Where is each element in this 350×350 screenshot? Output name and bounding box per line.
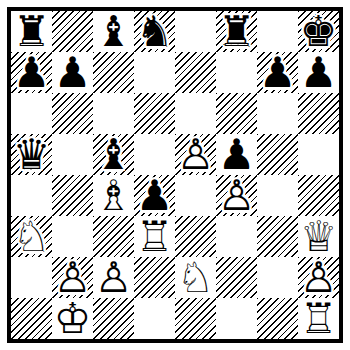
piece-glyph: ♝	[93, 11, 134, 53]
square-g5[interactable]	[257, 134, 298, 175]
square-b1[interactable]: ♚♔	[52, 298, 93, 339]
piece-halo: ♞	[134, 11, 175, 53]
square-c8[interactable]: ♝♝	[93, 11, 134, 52]
square-e7[interactable]	[175, 52, 216, 93]
piece-white-pawn[interactable]: ♟♙	[175, 134, 216, 175]
piece-black-pawn[interactable]: ♟♟	[257, 52, 298, 93]
piece-glyph: ♟	[11, 52, 52, 94]
square-d2[interactable]	[134, 257, 175, 298]
piece-halo: ♟	[134, 175, 175, 217]
piece-black-rook[interactable]: ♜♜	[216, 11, 257, 52]
square-f8[interactable]: ♜♜	[216, 11, 257, 52]
square-f2[interactable]	[216, 257, 257, 298]
square-g3[interactable]	[257, 216, 298, 257]
square-g7[interactable]: ♟♟	[257, 52, 298, 93]
square-a1[interactable]	[11, 298, 52, 339]
piece-glyph: ♜	[11, 11, 52, 53]
square-f7[interactable]	[216, 52, 257, 93]
piece-halo: ♛	[11, 134, 52, 176]
piece-glyph: ♙	[175, 134, 216, 176]
square-h3[interactable]: ♛♕	[298, 216, 339, 257]
piece-glyph: ♘	[175, 257, 216, 299]
square-d7[interactable]	[134, 52, 175, 93]
square-c7[interactable]	[93, 52, 134, 93]
square-h8[interactable]: ♚♚	[298, 11, 339, 52]
square-e6[interactable]	[175, 93, 216, 134]
square-b5[interactable]	[52, 134, 93, 175]
piece-black-pawn[interactable]: ♟♟	[134, 175, 175, 216]
square-b3[interactable]	[52, 216, 93, 257]
square-a2[interactable]	[11, 257, 52, 298]
square-b7[interactable]: ♟♟	[52, 52, 93, 93]
piece-halo: ♚	[298, 11, 339, 53]
piece-glyph: ♟	[257, 52, 298, 94]
piece-glyph: ♟	[52, 52, 93, 94]
square-e1[interactable]	[175, 298, 216, 339]
piece-halo: ♚	[52, 298, 93, 340]
piece-black-queen[interactable]: ♛♛	[11, 134, 52, 175]
piece-halo: ♟	[93, 257, 134, 299]
piece-halo: ♜	[216, 11, 257, 53]
piece-white-knight[interactable]: ♞♘	[175, 257, 216, 298]
square-h4[interactable]	[298, 175, 339, 216]
square-a4[interactable]	[11, 175, 52, 216]
piece-black-king[interactable]: ♚♚	[298, 11, 339, 52]
square-a6[interactable]	[11, 93, 52, 134]
square-f3[interactable]	[216, 216, 257, 257]
square-b4[interactable]	[52, 175, 93, 216]
square-e5[interactable]: ♟♙	[175, 134, 216, 175]
square-c3[interactable]	[93, 216, 134, 257]
board-frame: ♜♜♝♝♞♞♜♜♚♚♟♟♟♟♟♟♟♟♛♛♝♝♟♙♟♟♝♗♟♟♟♙♞♘♜♖♛♕♟♙…	[7, 7, 343, 343]
piece-glyph: ♘	[11, 216, 52, 258]
piece-halo: ♟	[52, 52, 93, 94]
piece-white-queen[interactable]: ♛♕	[298, 216, 339, 257]
square-b8[interactable]	[52, 11, 93, 52]
square-d5[interactable]	[134, 134, 175, 175]
square-f6[interactable]	[216, 93, 257, 134]
piece-halo: ♟	[298, 257, 339, 299]
piece-glyph: ♚	[298, 11, 339, 53]
piece-black-bishop[interactable]: ♝♝	[93, 134, 134, 175]
piece-white-bishop[interactable]: ♝♗	[93, 175, 134, 216]
piece-glyph: ♙	[93, 257, 134, 299]
piece-white-rook[interactable]: ♜♖	[298, 298, 339, 339]
piece-halo: ♜	[134, 216, 175, 258]
square-g4[interactable]	[257, 175, 298, 216]
square-c2[interactable]: ♟♙	[93, 257, 134, 298]
piece-glyph: ♗	[93, 175, 134, 217]
square-d4[interactable]: ♟♟	[134, 175, 175, 216]
piece-white-pawn[interactable]: ♟♙	[216, 175, 257, 216]
square-d6[interactable]	[134, 93, 175, 134]
piece-halo: ♟	[52, 257, 93, 299]
piece-glyph: ♙	[52, 257, 93, 299]
square-a7[interactable]: ♟♟	[11, 52, 52, 93]
piece-halo: ♞	[11, 216, 52, 258]
piece-glyph: ♙	[298, 257, 339, 299]
piece-white-pawn[interactable]: ♟♙	[52, 257, 93, 298]
square-c4[interactable]: ♝♗	[93, 175, 134, 216]
piece-glyph: ♛	[11, 134, 52, 176]
piece-halo: ♟	[11, 52, 52, 94]
piece-halo: ♟	[298, 52, 339, 94]
square-e3[interactable]	[175, 216, 216, 257]
square-d3[interactable]: ♜♖	[134, 216, 175, 257]
square-e8[interactable]	[175, 11, 216, 52]
square-g2[interactable]	[257, 257, 298, 298]
chess-board: ♜♜♝♝♞♞♜♜♚♚♟♟♟♟♟♟♟♟♛♛♝♝♟♙♟♟♝♗♟♟♟♙♞♘♜♖♛♕♟♙…	[11, 11, 339, 339]
square-h1[interactable]: ♜♖	[298, 298, 339, 339]
piece-halo: ♜	[298, 298, 339, 340]
piece-glyph: ♞	[134, 11, 175, 53]
square-c6[interactable]	[93, 93, 134, 134]
piece-glyph: ♖	[134, 216, 175, 258]
square-g6[interactable]	[257, 93, 298, 134]
square-a8[interactable]: ♜♜	[11, 11, 52, 52]
piece-glyph: ♟	[216, 134, 257, 176]
square-d1[interactable]	[134, 298, 175, 339]
square-a5[interactable]: ♛♛	[11, 134, 52, 175]
square-b2[interactable]: ♟♙	[52, 257, 93, 298]
square-e2[interactable]: ♞♘	[175, 257, 216, 298]
piece-halo: ♜	[11, 11, 52, 53]
piece-halo: ♛	[298, 216, 339, 258]
square-c5[interactable]: ♝♝	[93, 134, 134, 175]
piece-white-rook[interactable]: ♜♖	[134, 216, 175, 257]
piece-glyph: ♔	[52, 298, 93, 340]
piece-halo: ♝	[93, 175, 134, 217]
piece-glyph: ♟	[298, 52, 339, 94]
square-g8[interactable]	[257, 11, 298, 52]
square-d8[interactable]: ♞♞	[134, 11, 175, 52]
piece-glyph: ♕	[298, 216, 339, 258]
square-g1[interactable]	[257, 298, 298, 339]
piece-black-knight[interactable]: ♞♞	[134, 11, 175, 52]
piece-glyph: ♖	[298, 298, 339, 340]
piece-halo: ♟	[257, 52, 298, 94]
piece-black-rook[interactable]: ♜♜	[11, 11, 52, 52]
piece-white-pawn[interactable]: ♟♙	[298, 257, 339, 298]
square-b6[interactable]	[52, 93, 93, 134]
piece-black-pawn[interactable]: ♟♟	[298, 52, 339, 93]
square-f1[interactable]	[216, 298, 257, 339]
square-h2[interactable]: ♟♙	[298, 257, 339, 298]
piece-black-pawn[interactable]: ♟♟	[216, 134, 257, 175]
piece-halo: ♝	[93, 11, 134, 53]
square-c1[interactable]	[93, 298, 134, 339]
piece-halo: ♟	[216, 134, 257, 176]
square-a3[interactable]: ♞♘	[11, 216, 52, 257]
piece-black-bishop[interactable]: ♝♝	[93, 11, 134, 52]
piece-glyph: ♝	[93, 134, 134, 176]
piece-glyph: ♟	[134, 175, 175, 217]
square-e4[interactable]	[175, 175, 216, 216]
square-h6[interactable]	[298, 93, 339, 134]
square-h7[interactable]: ♟♟	[298, 52, 339, 93]
piece-halo: ♞	[175, 257, 216, 299]
piece-halo: ♟	[175, 134, 216, 176]
square-f4[interactable]: ♟♙	[216, 175, 257, 216]
piece-white-knight[interactable]: ♞♘	[11, 216, 52, 257]
square-f5[interactable]: ♟♟	[216, 134, 257, 175]
piece-glyph: ♙	[216, 175, 257, 217]
piece-white-king[interactable]: ♚♔	[52, 298, 93, 339]
square-h5[interactable]	[298, 134, 339, 175]
piece-black-pawn[interactable]: ♟♟	[11, 52, 52, 93]
piece-glyph: ♜	[216, 11, 257, 53]
chess-diagram: ♜♜♝♝♞♞♜♜♚♚♟♟♟♟♟♟♟♟♛♛♝♝♟♙♟♟♝♗♟♟♟♙♞♘♜♖♛♕♟♙…	[0, 0, 350, 350]
piece-halo: ♟	[216, 175, 257, 217]
piece-white-pawn[interactable]: ♟♙	[93, 257, 134, 298]
piece-black-pawn[interactable]: ♟♟	[52, 52, 93, 93]
piece-halo: ♝	[93, 134, 134, 176]
